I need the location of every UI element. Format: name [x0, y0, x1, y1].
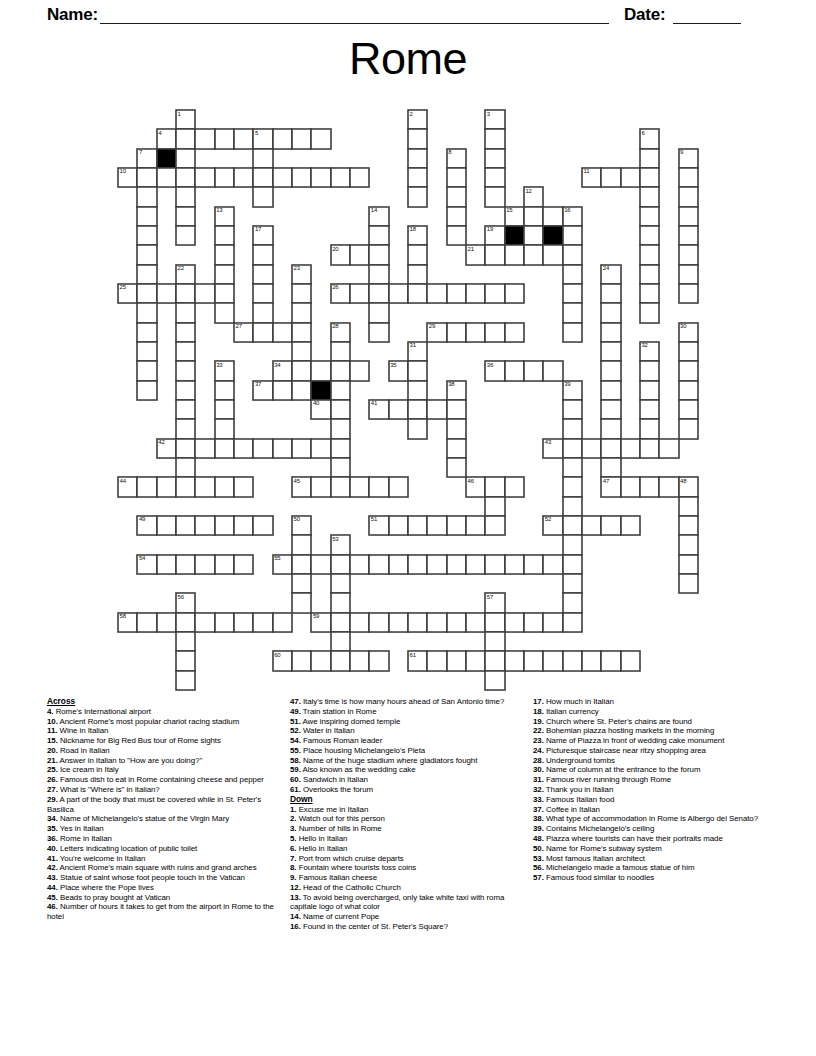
grid-cell[interactable] [408, 381, 427, 400]
grid-cell[interactable] [427, 613, 446, 632]
grid-cell[interactable]: 50 [292, 516, 311, 535]
grid-cell[interactable] [466, 555, 485, 574]
grid-cell[interactable] [137, 381, 156, 400]
grid-cell[interactable] [350, 477, 369, 496]
grid-cell[interactable] [563, 516, 582, 535]
grid-cell[interactable] [466, 323, 485, 342]
grid-cell[interactable] [485, 477, 504, 496]
grid-cell[interactable] [485, 168, 504, 187]
grid-cell[interactable] [640, 245, 659, 264]
grid-cell[interactable] [601, 381, 620, 400]
grid-cell[interactable]: 38 [447, 381, 466, 400]
grid-cell[interactable] [563, 419, 582, 438]
grid-cell[interactable]: 25 [118, 284, 137, 303]
grid-cell[interactable] [234, 129, 253, 148]
grid-cell[interactable] [408, 149, 427, 168]
grid-cell[interactable] [253, 168, 272, 187]
grid-cell[interactable] [137, 207, 156, 226]
grid-cell[interactable] [640, 149, 659, 168]
grid-cell[interactable] [679, 516, 698, 535]
grid-cell[interactable] [215, 226, 234, 245]
grid-cell[interactable]: 2 [408, 110, 427, 129]
grid-cell[interactable] [350, 651, 369, 670]
grid-cell[interactable] [389, 400, 408, 419]
grid-cell[interactable] [582, 516, 601, 535]
grid-cell[interactable] [563, 226, 582, 245]
grid-cell[interactable]: 55 [273, 555, 292, 574]
grid-cell[interactable] [447, 651, 466, 670]
grid-cell[interactable]: 51 [369, 516, 388, 535]
grid-cell[interactable] [679, 400, 698, 419]
grid-cell[interactable] [195, 477, 214, 496]
grid-cell[interactable]: 49 [137, 516, 156, 535]
grid-cell[interactable] [292, 535, 311, 554]
grid-cell[interactable] [176, 516, 195, 535]
grid-cell[interactable]: 27 [234, 323, 253, 342]
grid-cell[interactable] [447, 284, 466, 303]
grid-cell[interactable] [485, 555, 504, 574]
grid-cell[interactable] [524, 651, 543, 670]
grid-cell[interactable] [543, 207, 562, 226]
grid-cell[interactable] [350, 555, 369, 574]
grid-cell[interactable] [466, 651, 485, 670]
grid-cell[interactable] [543, 245, 562, 264]
grid-cell[interactable] [311, 555, 330, 574]
grid-cell[interactable]: 40 [311, 400, 330, 419]
grid-cell[interactable] [331, 613, 350, 632]
grid-cell[interactable]: 21 [466, 245, 485, 264]
grid-cell[interactable] [427, 651, 446, 670]
grid-cell[interactable]: 58 [118, 613, 137, 632]
grid-cell[interactable] [621, 516, 640, 535]
grid-cell[interactable] [292, 574, 311, 593]
grid-cell[interactable]: 61 [408, 651, 427, 670]
grid-cell[interactable] [640, 361, 659, 380]
grid-cell[interactable] [369, 651, 388, 670]
grid-cell[interactable] [485, 129, 504, 148]
grid-cell[interactable] [485, 516, 504, 535]
grid-cell[interactable] [679, 245, 698, 264]
grid-cell[interactable] [447, 187, 466, 206]
grid-cell[interactable] [137, 226, 156, 245]
grid-cell[interactable] [137, 245, 156, 264]
grid-cell[interactable] [524, 555, 543, 574]
grid-cell[interactable] [485, 632, 504, 651]
grid-cell[interactable] [331, 361, 350, 380]
grid-cell[interactable] [331, 651, 350, 670]
grid-cell[interactable] [389, 284, 408, 303]
grid-cell[interactable]: 42 [157, 439, 176, 458]
grid-cell[interactable] [176, 361, 195, 380]
grid-cell[interactable]: 45 [292, 477, 311, 496]
grid-cell[interactable] [331, 400, 350, 419]
grid-cell[interactable] [331, 632, 350, 651]
grid-cell[interactable] [331, 342, 350, 361]
grid-cell[interactable]: 36 [485, 361, 504, 380]
grid-cell[interactable] [369, 613, 388, 632]
grid-cell[interactable] [253, 303, 272, 322]
grid-cell[interactable] [137, 284, 156, 303]
grid-cell[interactable]: 56 [176, 593, 195, 612]
grid-cell[interactable] [176, 129, 195, 148]
grid-cell[interactable] [234, 477, 253, 496]
grid-cell[interactable]: 12 [524, 187, 543, 206]
grid-cell[interactable]: 4 [157, 129, 176, 148]
grid-cell[interactable] [176, 207, 195, 226]
grid-cell[interactable] [176, 149, 195, 168]
grid-cell[interactable] [563, 651, 582, 670]
grid-cell[interactable] [176, 613, 195, 632]
grid-cell[interactable] [679, 381, 698, 400]
grid-cell[interactable] [543, 651, 562, 670]
grid-cell[interactable] [601, 284, 620, 303]
grid-cell[interactable] [389, 477, 408, 496]
grid-cell[interactable] [292, 168, 311, 187]
grid-cell[interactable] [640, 187, 659, 206]
grid-cell[interactable] [408, 419, 427, 438]
grid-cell[interactable] [176, 439, 195, 458]
grid-cell[interactable] [215, 477, 234, 496]
grid-cell[interactable] [215, 265, 234, 284]
grid-cell[interactable] [679, 555, 698, 574]
grid-cell[interactable] [292, 342, 311, 361]
grid-cell[interactable] [292, 439, 311, 458]
grid-cell[interactable] [176, 323, 195, 342]
grid-cell[interactable] [447, 323, 466, 342]
grid-cell[interactable] [311, 439, 330, 458]
grid-cell[interactable]: 3 [485, 110, 504, 129]
grid-cell[interactable] [369, 477, 388, 496]
grid-cell[interactable] [505, 613, 524, 632]
grid-cell[interactable] [447, 207, 466, 226]
grid-cell[interactable] [601, 342, 620, 361]
grid-cell[interactable]: 54 [137, 555, 156, 574]
grid-cell[interactable] [408, 129, 427, 148]
grid-cell[interactable] [408, 284, 427, 303]
grid-cell[interactable] [331, 168, 350, 187]
grid-cell[interactable] [485, 651, 504, 670]
grid-cell[interactable] [253, 439, 272, 458]
grid-cell[interactable] [215, 168, 234, 187]
grid-cell[interactable] [640, 207, 659, 226]
grid-cell[interactable] [176, 187, 195, 206]
grid-cell[interactable] [215, 303, 234, 322]
grid-cell[interactable] [215, 419, 234, 438]
grid-cell[interactable] [195, 284, 214, 303]
grid-cell[interactable] [621, 439, 640, 458]
grid-cell[interactable]: 16 [563, 207, 582, 226]
grid-cell[interactable] [640, 400, 659, 419]
grid-cell[interactable]: 53 [331, 535, 350, 554]
grid-cell[interactable] [408, 265, 427, 284]
grid-cell[interactable] [679, 361, 698, 380]
grid-cell[interactable] [505, 555, 524, 574]
grid-cell[interactable] [485, 613, 504, 632]
grid-cell[interactable] [485, 245, 504, 264]
grid-cell[interactable] [679, 497, 698, 516]
grid-cell[interactable] [215, 555, 234, 574]
grid-cell[interactable] [234, 168, 253, 187]
grid-cell[interactable] [234, 613, 253, 632]
grid-cell[interactable] [563, 593, 582, 612]
grid-cell[interactable] [350, 245, 369, 264]
grid-cell[interactable] [176, 381, 195, 400]
grid-cell[interactable]: 46 [466, 477, 485, 496]
grid-cell[interactable] [679, 574, 698, 593]
grid-cell[interactable] [350, 168, 369, 187]
grid-cell[interactable] [292, 129, 311, 148]
grid-cell[interactable] [621, 651, 640, 670]
grid-cell[interactable]: 18 [408, 226, 427, 245]
grid-cell[interactable] [215, 613, 234, 632]
grid-cell[interactable] [389, 555, 408, 574]
grid-cell[interactable] [234, 516, 253, 535]
grid-cell[interactable] [331, 439, 350, 458]
grid-cell[interactable] [640, 439, 659, 458]
grid-cell[interactable] [563, 555, 582, 574]
grid-cell[interactable] [157, 477, 176, 496]
grid-cell[interactable]: 44 [118, 477, 137, 496]
grid-cell[interactable] [176, 226, 195, 245]
grid-cell[interactable] [253, 149, 272, 168]
grid-cell[interactable] [640, 284, 659, 303]
grid-cell[interactable] [157, 284, 176, 303]
grid-cell[interactable] [311, 361, 330, 380]
grid-cell[interactable]: 30 [679, 323, 698, 342]
grid-cell[interactable] [215, 284, 234, 303]
grid-cell[interactable] [253, 613, 272, 632]
grid-cell[interactable]: 59 [311, 613, 330, 632]
grid-cell[interactable] [408, 516, 427, 535]
grid-cell[interactable] [137, 477, 156, 496]
grid-cell[interactable] [331, 477, 350, 496]
grid-cell[interactable] [679, 187, 698, 206]
grid-cell[interactable] [524, 226, 543, 245]
grid-cell[interactable] [563, 535, 582, 554]
grid-cell[interactable] [292, 651, 311, 670]
grid-cell[interactable] [137, 265, 156, 284]
grid-cell[interactable] [524, 207, 543, 226]
grid-cell[interactable] [234, 555, 253, 574]
grid-cell[interactable] [563, 574, 582, 593]
grid-cell[interactable] [253, 516, 272, 535]
grid-cell[interactable] [640, 303, 659, 322]
grid-cell[interactable] [311, 168, 330, 187]
grid-cell[interactable]: 15 [505, 207, 524, 226]
grid-cell[interactable] [563, 400, 582, 419]
grid-cell[interactable] [195, 439, 214, 458]
grid-cell[interactable] [253, 323, 272, 342]
grid-cell[interactable] [447, 555, 466, 574]
grid-cell[interactable] [408, 361, 427, 380]
grid-cell[interactable] [253, 245, 272, 264]
grid-cell[interactable] [601, 458, 620, 477]
grid-cell[interactable] [176, 168, 195, 187]
grid-cell[interactable] [292, 323, 311, 342]
grid-cell[interactable] [427, 516, 446, 535]
grid-cell[interactable]: 24 [601, 265, 620, 284]
grid-cell[interactable] [292, 284, 311, 303]
grid-cell[interactable] [505, 651, 524, 670]
grid-cell[interactable] [601, 323, 620, 342]
grid-cell[interactable] [137, 187, 156, 206]
grid-cell[interactable] [137, 168, 156, 187]
grid-cell[interactable] [640, 381, 659, 400]
grid-cell[interactable]: 17 [253, 226, 272, 245]
date-blank-line[interactable] [673, 8, 741, 24]
grid-cell[interactable] [563, 303, 582, 322]
grid-cell[interactable] [292, 381, 311, 400]
grid-cell[interactable] [311, 129, 330, 148]
grid-cell[interactable] [195, 613, 214, 632]
grid-cell[interactable]: 31 [408, 342, 427, 361]
grid-cell[interactable] [543, 613, 562, 632]
grid-cell[interactable] [601, 651, 620, 670]
grid-cell[interactable] [408, 168, 427, 187]
grid-cell[interactable] [505, 477, 524, 496]
grid-cell[interactable] [543, 555, 562, 574]
grid-cell[interactable] [215, 516, 234, 535]
grid-cell[interactable] [215, 400, 234, 419]
grid-cell[interactable]: 22 [176, 265, 195, 284]
grid-cell[interactable] [369, 265, 388, 284]
grid-cell[interactable]: 29 [427, 323, 446, 342]
grid-cell[interactable]: 11 [582, 168, 601, 187]
grid-cell[interactable] [582, 439, 601, 458]
grid-cell[interactable]: 5 [253, 129, 272, 148]
grid-cell[interactable]: 39 [563, 381, 582, 400]
grid-cell[interactable]: 14 [369, 207, 388, 226]
grid-cell[interactable] [524, 361, 543, 380]
grid-cell[interactable] [447, 613, 466, 632]
grid-cell[interactable] [408, 555, 427, 574]
grid-cell[interactable] [601, 419, 620, 438]
grid-cell[interactable] [331, 381, 350, 400]
grid-cell[interactable] [331, 574, 350, 593]
grid-cell[interactable] [563, 439, 582, 458]
grid-cell[interactable] [563, 323, 582, 342]
grid-cell[interactable]: 60 [273, 651, 292, 670]
grid-cell[interactable]: 43 [543, 439, 562, 458]
grid-cell[interactable] [292, 361, 311, 380]
grid-cell[interactable] [427, 400, 446, 419]
grid-cell[interactable] [311, 651, 330, 670]
grid-cell[interactable] [563, 497, 582, 516]
grid-cell[interactable] [369, 555, 388, 574]
grid-cell[interactable] [292, 555, 311, 574]
grid-cell[interactable] [253, 265, 272, 284]
grid-cell[interactable] [273, 323, 292, 342]
grid-cell[interactable] [176, 651, 195, 670]
grid-cell[interactable] [447, 168, 466, 187]
grid-cell[interactable] [485, 323, 504, 342]
grid-cell[interactable]: 26 [331, 284, 350, 303]
grid-cell[interactable] [679, 419, 698, 438]
grid-cell[interactable]: 10 [118, 168, 137, 187]
grid-cell[interactable] [350, 361, 369, 380]
grid-cell[interactable] [157, 613, 176, 632]
grid-cell[interactable] [427, 555, 446, 574]
grid-cell[interactable]: 13 [215, 207, 234, 226]
grid-cell[interactable] [563, 458, 582, 477]
grid-cell[interactable]: 19 [485, 226, 504, 245]
grid-cell[interactable] [176, 555, 195, 574]
grid-cell[interactable] [408, 400, 427, 419]
grid-cell[interactable] [679, 284, 698, 303]
grid-cell[interactable] [563, 477, 582, 496]
grid-cell[interactable] [485, 671, 504, 690]
grid-cell[interactable] [389, 516, 408, 535]
grid-cell[interactable] [679, 535, 698, 554]
grid-cell[interactable] [176, 342, 195, 361]
grid-cell[interactable] [408, 245, 427, 264]
grid-cell[interactable] [195, 516, 214, 535]
grid-cell[interactable] [157, 168, 176, 187]
grid-cell[interactable] [157, 516, 176, 535]
grid-cell[interactable] [369, 284, 388, 303]
grid-cell[interactable] [389, 613, 408, 632]
grid-cell[interactable] [563, 613, 582, 632]
grid-cell[interactable] [601, 516, 620, 535]
grid-cell[interactable] [601, 400, 620, 419]
grid-cell[interactable] [215, 245, 234, 264]
grid-cell[interactable] [137, 323, 156, 342]
grid-cell[interactable] [640, 477, 659, 496]
grid-cell[interactable] [447, 458, 466, 477]
grid-cell[interactable] [447, 226, 466, 245]
grid-cell[interactable] [563, 265, 582, 284]
grid-cell[interactable] [176, 632, 195, 651]
grid-cell[interactable] [350, 613, 369, 632]
grid-cell[interactable]: 9 [679, 149, 698, 168]
grid-cell[interactable] [331, 458, 350, 477]
grid-cell[interactable] [176, 671, 195, 690]
grid-cell[interactable] [273, 439, 292, 458]
grid-cell[interactable] [621, 168, 640, 187]
grid-cell[interactable]: 23 [292, 265, 311, 284]
grid-cell[interactable] [176, 419, 195, 438]
grid-cell[interactable] [679, 265, 698, 284]
grid-cell[interactable] [195, 555, 214, 574]
grid-cell[interactable] [176, 303, 195, 322]
grid-cell[interactable]: 37 [253, 381, 272, 400]
grid-cell[interactable] [640, 265, 659, 284]
grid-cell[interactable] [466, 613, 485, 632]
grid-cell[interactable] [350, 284, 369, 303]
grid-cell[interactable] [215, 129, 234, 148]
grid-cell[interactable] [601, 168, 620, 187]
grid-cell[interactable] [273, 381, 292, 400]
grid-cell[interactable] [292, 593, 311, 612]
grid-cell[interactable] [582, 651, 601, 670]
grid-cell[interactable]: 41 [369, 400, 388, 419]
grid-cell[interactable] [524, 245, 543, 264]
grid-cell[interactable]: 1 [176, 110, 195, 129]
grid-cell[interactable]: 32 [640, 342, 659, 361]
grid-cell[interactable] [234, 439, 253, 458]
grid-cell[interactable]: 33 [215, 361, 234, 380]
grid-cell[interactable]: 28 [331, 323, 350, 342]
grid-cell[interactable] [369, 303, 388, 322]
grid-cell[interactable] [369, 245, 388, 264]
grid-cell[interactable] [427, 284, 446, 303]
grid-cell[interactable] [466, 284, 485, 303]
grid-cell[interactable] [659, 477, 678, 496]
grid-cell[interactable] [195, 129, 214, 148]
grid-cell[interactable] [466, 516, 485, 535]
grid-cell[interactable] [137, 342, 156, 361]
grid-cell[interactable] [273, 168, 292, 187]
